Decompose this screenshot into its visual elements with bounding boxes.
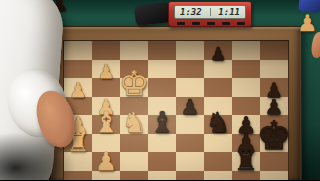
square-r1c4 xyxy=(148,41,176,60)
clock-display: 1:32 1:11 xyxy=(174,5,246,19)
clock-button xyxy=(237,22,245,25)
square-r1c1 xyxy=(64,41,92,60)
piece-black-pawn: ♟ xyxy=(190,45,246,63)
clock-divider xyxy=(210,8,211,16)
square-r2c8 xyxy=(260,60,288,79)
captured-white-piece: ♟ xyxy=(297,12,318,35)
square-r3c3: ♚ xyxy=(120,78,148,97)
square-r1c2 xyxy=(92,41,120,60)
clock-time-left: 1:32 xyxy=(180,7,202,17)
square-r7c4 xyxy=(148,152,176,171)
clock-button xyxy=(222,22,230,25)
square-r1c6: ♟ xyxy=(204,41,232,60)
photo-scene: ♟ 1:32 1:11 ♟ ♟♟♟♚♟♟♟♟♟♝♞♝♞♟♜♟♚♟♜ xyxy=(0,0,320,180)
piece-black-bishop: ♝ xyxy=(134,108,190,137)
square-r8c4 xyxy=(148,171,176,181)
board-frame: ♟♟♟♚♟♟♟♟♟♝♞♝♞♟♜♟♚♟♜ xyxy=(50,26,302,180)
square-r5c4: ♝ xyxy=(148,115,176,134)
clock-button xyxy=(207,22,215,25)
square-r1c8 xyxy=(260,41,288,60)
clock-buttons xyxy=(177,22,245,25)
clock-time-right: 1:11 xyxy=(218,7,240,17)
clock-button xyxy=(192,22,200,25)
square-r3c5 xyxy=(176,78,204,97)
square-r7c2: ♟ xyxy=(92,152,120,171)
piece-white-pawn: ♟ xyxy=(78,149,134,174)
chess-board: ♟♟♟♚♟♟♟♟♟♝♞♝♞♟♜♟♚♟♜ xyxy=(63,40,289,180)
square-r7c7: ♜ xyxy=(232,152,260,171)
chess-clock: 1:32 1:11 xyxy=(168,1,252,27)
square-r7c5 xyxy=(176,152,204,171)
clock-button xyxy=(177,22,185,25)
square-r3c6 xyxy=(204,78,232,97)
square-r1c3 xyxy=(120,41,148,60)
piece-black-rook: ♜ xyxy=(218,147,274,174)
camera-cable xyxy=(134,2,171,26)
square-r3c8: ♟ xyxy=(260,78,288,97)
square-r8c5 xyxy=(176,171,204,181)
arm-shadow xyxy=(0,132,76,180)
square-r3c1: ♟ xyxy=(64,78,92,97)
